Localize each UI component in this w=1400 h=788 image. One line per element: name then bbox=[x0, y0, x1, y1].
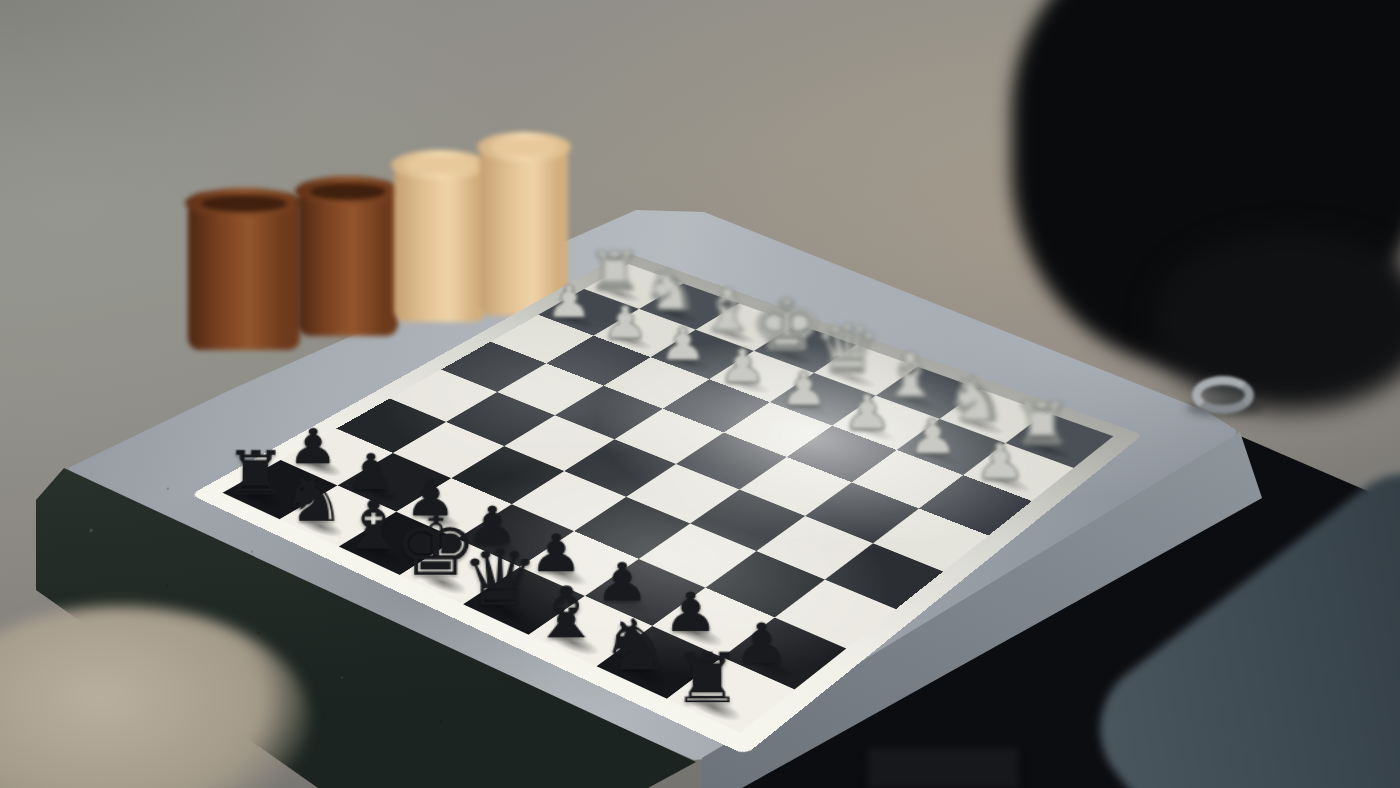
piece-white-pawn-b2[interactable]: ♟ bbox=[907, 412, 958, 460]
piece-white-pawn-f2[interactable]: ♟ bbox=[659, 321, 706, 366]
piece-white-pawn-h2[interactable]: ♟ bbox=[546, 280, 592, 324]
piece-black-queen-d8[interactable]: ♛ bbox=[460, 540, 540, 617]
piece-white-pawn-d2[interactable]: ♟ bbox=[779, 365, 828, 412]
piece-black-knight-g8[interactable]: ♞ bbox=[280, 467, 347, 531]
photo-scene: ♜♞♝♚♛♝♞♜♟♟♟♟♟♟♟♟♟♟♟♟♟♟♟♟♜♞♝♚♛♝♞♜ bbox=[0, 0, 1400, 788]
piece-white-pawn-e2[interactable]: ♟ bbox=[718, 343, 766, 389]
piece-white-rook-h1[interactable]: ♜ bbox=[587, 245, 642, 298]
piece-white-pawn-c2[interactable]: ♟ bbox=[842, 388, 892, 436]
piece-black-rook-a8[interactable]: ♜ bbox=[671, 644, 742, 713]
piece-black-rook-h8[interactable]: ♜ bbox=[223, 443, 287, 504]
steel-ring bbox=[1192, 376, 1254, 414]
piece-white-pawn-g2[interactable]: ♟ bbox=[601, 300, 648, 345]
piece-white-pawn-a2[interactable]: ♟ bbox=[974, 437, 1026, 486]
piece-storage-canister-light-1 bbox=[394, 162, 486, 322]
table-leg bbox=[868, 748, 1018, 788]
piece-black-bishop-c8[interactable]: ♝ bbox=[529, 577, 603, 648]
piece-black-knight-b8[interactable]: ♞ bbox=[599, 610, 671, 680]
piece-white-knight-g1[interactable]: ♞ bbox=[641, 262, 698, 317]
piece-storage-canister-dark-1 bbox=[188, 200, 300, 350]
piece-storage-canister-dark-2 bbox=[298, 188, 398, 336]
